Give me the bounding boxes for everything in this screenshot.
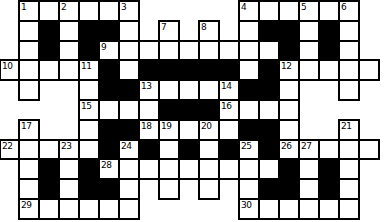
clue-number-5: 5 bbox=[301, 2, 306, 12]
clue-number-20: 20 bbox=[201, 121, 211, 131]
block-r4c12 bbox=[219, 60, 239, 80]
cell-r6c14[interactable] bbox=[259, 100, 279, 120]
void-r7c17 bbox=[319, 120, 339, 140]
cell-r5c11[interactable] bbox=[199, 80, 219, 100]
cell-r10c7[interactable] bbox=[119, 179, 139, 199]
block-r9c17 bbox=[319, 159, 339, 179]
cell-r8c1[interactable]: 22 bbox=[0, 140, 19, 160]
cell-r5c15[interactable] bbox=[279, 80, 299, 100]
cell-r3c10[interactable] bbox=[179, 41, 199, 61]
cell-r8c9[interactable] bbox=[159, 140, 179, 160]
cell-r6c13[interactable] bbox=[239, 100, 259, 120]
clue-number-28: 28 bbox=[101, 160, 111, 170]
cell-r4c2[interactable] bbox=[19, 60, 39, 80]
block-r7c13 bbox=[239, 120, 259, 140]
block-r8c6 bbox=[99, 140, 119, 160]
cell-r9c6[interactable]: 28 bbox=[99, 159, 119, 179]
block-r10c17 bbox=[319, 179, 339, 199]
void-r5c17 bbox=[319, 80, 339, 100]
clue-number-16: 16 bbox=[221, 101, 231, 111]
cell-r1c4[interactable]: 2 bbox=[59, 1, 79, 21]
void-r6c17 bbox=[319, 100, 339, 120]
cell-r8c4[interactable]: 23 bbox=[59, 140, 79, 160]
void-r7c4 bbox=[59, 120, 79, 140]
block-r6c10 bbox=[179, 100, 199, 120]
cell-r5c12[interactable]: 14 bbox=[219, 80, 239, 100]
cell-r8c11[interactable] bbox=[199, 140, 219, 160]
cell-r4c1[interactable]: 10 bbox=[0, 60, 19, 80]
block-r8c10 bbox=[179, 140, 199, 160]
cell-r9c10[interactable] bbox=[179, 159, 199, 179]
block-r3c3 bbox=[39, 41, 59, 61]
void-r1c19 bbox=[359, 1, 379, 21]
cell-r9c7[interactable] bbox=[119, 159, 139, 179]
void-r7c19 bbox=[359, 120, 379, 140]
clue-number-11: 11 bbox=[81, 61, 91, 71]
void-r2c1 bbox=[0, 21, 19, 41]
cell-r4c15[interactable]: 12 bbox=[279, 60, 299, 80]
cell-r11c6[interactable] bbox=[99, 199, 119, 219]
block-r4c6 bbox=[99, 60, 119, 80]
cell-r8c2[interactable] bbox=[19, 140, 39, 160]
block-r5c6 bbox=[99, 80, 119, 100]
cell-r5c2[interactable] bbox=[19, 80, 39, 100]
cell-r2c9[interactable]: 7 bbox=[159, 21, 179, 41]
block-r10c14 bbox=[259, 179, 279, 199]
block-r8c8 bbox=[139, 140, 159, 160]
cell-r11c17[interactable] bbox=[319, 199, 339, 219]
block-r3c17 bbox=[319, 41, 339, 61]
cell-r4c19[interactable] bbox=[359, 60, 379, 80]
cell-r6c15[interactable] bbox=[279, 100, 299, 120]
cell-r1c17[interactable] bbox=[319, 1, 339, 21]
block-r3c15 bbox=[279, 41, 299, 61]
cell-r7c8[interactable]: 18 bbox=[139, 120, 159, 140]
void-r1c9 bbox=[159, 1, 179, 21]
void-r11c19 bbox=[359, 199, 379, 219]
cell-r1c2[interactable]: 1 bbox=[19, 1, 39, 21]
cell-r10c2[interactable] bbox=[19, 179, 39, 199]
block-r2c14 bbox=[259, 21, 279, 41]
cell-r11c2[interactable]: 29 bbox=[19, 199, 39, 219]
cell-r4c5[interactable]: 11 bbox=[79, 60, 99, 80]
block-r4c8 bbox=[139, 60, 159, 80]
clue-number-21: 21 bbox=[341, 121, 351, 131]
cell-r5c8[interactable]: 13 bbox=[139, 80, 159, 100]
cell-r9c12[interactable] bbox=[219, 159, 239, 179]
cell-r11c13[interactable]: 30 bbox=[239, 199, 259, 219]
void-r6c18 bbox=[339, 100, 359, 120]
crossword-grid: 1234567891011121314151617181920212223242… bbox=[0, 1, 379, 219]
cell-r10c16[interactable] bbox=[299, 179, 319, 199]
void-r5c19 bbox=[359, 80, 379, 100]
cell-r10c18[interactable] bbox=[339, 179, 359, 199]
block-r2c6 bbox=[99, 21, 119, 41]
cell-r3c8[interactable] bbox=[139, 41, 159, 61]
cell-r8c19[interactable] bbox=[359, 140, 379, 160]
void-r10c8 bbox=[139, 179, 159, 199]
clue-number-23: 23 bbox=[61, 141, 71, 151]
void-r6c16 bbox=[299, 100, 319, 120]
cell-r8c5[interactable] bbox=[79, 140, 99, 160]
cell-r11c3[interactable] bbox=[39, 199, 59, 219]
clue-number-8: 8 bbox=[201, 22, 206, 32]
block-r9c5 bbox=[79, 159, 99, 179]
cell-r2c11[interactable]: 8 bbox=[199, 21, 219, 41]
cell-r3c12[interactable] bbox=[219, 41, 239, 61]
void-r5c16 bbox=[299, 80, 319, 100]
cell-r6c5[interactable]: 15 bbox=[79, 100, 99, 120]
clue-number-2: 2 bbox=[61, 2, 66, 12]
clue-number-4: 4 bbox=[241, 2, 246, 12]
block-r5c14 bbox=[259, 80, 279, 100]
cell-r1c13[interactable]: 4 bbox=[239, 1, 259, 21]
cell-r8c7[interactable]: 24 bbox=[119, 140, 139, 160]
void-r3c1 bbox=[0, 41, 19, 61]
void-r7c3 bbox=[39, 120, 59, 140]
cell-r2c2[interactable] bbox=[19, 21, 39, 41]
block-r2c17 bbox=[319, 21, 339, 41]
cell-r4c13[interactable] bbox=[239, 60, 259, 80]
cell-r9c11[interactable] bbox=[199, 159, 219, 179]
clue-number-27: 27 bbox=[301, 141, 311, 151]
clue-number-24: 24 bbox=[121, 141, 131, 151]
void-r5c4 bbox=[59, 80, 79, 100]
cell-r11c18[interactable] bbox=[339, 199, 359, 219]
cell-r3c18[interactable] bbox=[339, 41, 359, 61]
cell-r11c4[interactable] bbox=[59, 199, 79, 219]
cell-r7c18[interactable]: 21 bbox=[339, 120, 359, 140]
clue-number-25: 25 bbox=[241, 141, 251, 151]
void-r10c10 bbox=[179, 179, 199, 199]
cell-r6c8[interactable] bbox=[139, 100, 159, 120]
cell-r10c13[interactable] bbox=[239, 179, 259, 199]
void-r1c11 bbox=[199, 1, 219, 21]
cell-r9c16[interactable] bbox=[299, 159, 319, 179]
cell-r9c13[interactable] bbox=[239, 159, 259, 179]
cell-r3c9[interactable] bbox=[159, 41, 179, 61]
cell-r1c16[interactable]: 5 bbox=[299, 1, 319, 21]
clue-number-7: 7 bbox=[161, 22, 166, 32]
cell-r5c9[interactable] bbox=[159, 80, 179, 100]
crossword-page: 1234567891011121314151617181920212223242… bbox=[0, 0, 384, 222]
void-r5c1 bbox=[0, 80, 19, 100]
block-r4c14 bbox=[259, 60, 279, 80]
block-r10c6 bbox=[99, 179, 119, 199]
cell-r3c16[interactable] bbox=[299, 41, 319, 61]
cell-r1c3[interactable] bbox=[39, 1, 59, 21]
clue-number-10: 10 bbox=[2, 61, 12, 71]
block-r8c12 bbox=[219, 140, 239, 160]
cell-r3c7[interactable] bbox=[119, 41, 139, 61]
void-r10c12 bbox=[219, 179, 239, 199]
block-r8c14 bbox=[259, 140, 279, 160]
cell-r8c16[interactable]: 27 bbox=[299, 140, 319, 160]
block-r2c15 bbox=[279, 21, 299, 41]
cell-r11c5[interactable] bbox=[79, 199, 99, 219]
cell-r3c14[interactable] bbox=[259, 41, 279, 61]
block-r7c6 bbox=[99, 120, 119, 140]
void-r7c16 bbox=[299, 120, 319, 140]
cell-r2c18[interactable] bbox=[339, 21, 359, 41]
cell-r7c10[interactable] bbox=[179, 120, 199, 140]
cell-r2c16[interactable] bbox=[299, 21, 319, 41]
block-r5c7 bbox=[119, 80, 139, 100]
block-r5c13 bbox=[239, 80, 259, 100]
clue-number-26: 26 bbox=[281, 141, 291, 151]
cell-r4c3[interactable] bbox=[39, 60, 59, 80]
block-r6c9 bbox=[159, 100, 179, 120]
clue-number-30: 30 bbox=[241, 200, 251, 210]
cell-r3c13[interactable] bbox=[239, 41, 259, 61]
void-r11c1 bbox=[0, 199, 19, 219]
cell-r9c8[interactable] bbox=[139, 159, 159, 179]
block-r3c5 bbox=[79, 41, 99, 61]
cell-r9c9[interactable] bbox=[159, 159, 179, 179]
cell-r4c16[interactable] bbox=[299, 60, 319, 80]
cell-r4c18[interactable] bbox=[339, 60, 359, 80]
cell-r10c9[interactable] bbox=[159, 179, 179, 199]
void-r1c12 bbox=[219, 1, 239, 21]
block-r2c3 bbox=[39, 21, 59, 41]
block-r10c5 bbox=[79, 179, 99, 199]
clue-number-22: 22 bbox=[2, 141, 12, 151]
block-r7c7 bbox=[119, 120, 139, 140]
clue-number-3: 3 bbox=[121, 2, 126, 12]
clue-number-14: 14 bbox=[221, 81, 231, 91]
block-r4c9 bbox=[159, 60, 179, 80]
clue-number-1: 1 bbox=[21, 2, 26, 12]
cell-r1c6[interactable] bbox=[99, 1, 119, 21]
cell-r7c15[interactable] bbox=[279, 120, 299, 140]
void-r11c12 bbox=[219, 199, 239, 219]
cell-r2c7[interactable] bbox=[119, 21, 139, 41]
clue-number-29: 29 bbox=[21, 200, 31, 210]
cell-r5c5[interactable] bbox=[79, 80, 99, 100]
void-r11c9 bbox=[159, 199, 179, 219]
void-r6c19 bbox=[359, 100, 379, 120]
clue-number-18: 18 bbox=[141, 121, 151, 131]
cell-r7c5[interactable] bbox=[79, 120, 99, 140]
cell-r7c2[interactable]: 17 bbox=[19, 120, 39, 140]
void-r2c8 bbox=[139, 21, 159, 41]
cell-r7c9[interactable]: 19 bbox=[159, 120, 179, 140]
cell-r1c7[interactable]: 3 bbox=[119, 1, 139, 21]
cell-r8c18[interactable] bbox=[339, 140, 359, 160]
block-r9c15 bbox=[279, 159, 299, 179]
void-r1c10 bbox=[179, 1, 199, 21]
cell-r9c14[interactable] bbox=[259, 159, 279, 179]
cell-r3c2[interactable] bbox=[19, 41, 39, 61]
cell-r11c16[interactable] bbox=[299, 199, 319, 219]
cell-r9c2[interactable] bbox=[19, 159, 39, 179]
cell-r7c12[interactable] bbox=[219, 120, 239, 140]
void-r9c1 bbox=[0, 159, 19, 179]
cell-r10c4[interactable] bbox=[59, 179, 79, 199]
cell-r1c15[interactable] bbox=[279, 1, 299, 21]
clue-number-15: 15 bbox=[81, 101, 91, 111]
block-r6c11 bbox=[199, 100, 219, 120]
cell-r6c7[interactable] bbox=[119, 100, 139, 120]
cell-r6c12[interactable]: 16 bbox=[219, 100, 239, 120]
cell-r1c14[interactable] bbox=[259, 1, 279, 21]
cell-r2c13[interactable] bbox=[239, 21, 259, 41]
cell-r9c18[interactable] bbox=[339, 159, 359, 179]
cell-r3c6[interactable]: 9 bbox=[99, 41, 119, 61]
void-r7c1 bbox=[0, 120, 19, 140]
void-r11c10 bbox=[179, 199, 199, 219]
cell-r9c4[interactable] bbox=[59, 159, 79, 179]
void-r6c4 bbox=[59, 100, 79, 120]
clue-number-13: 13 bbox=[141, 81, 151, 91]
block-r4c10 bbox=[179, 60, 199, 80]
block-r2c5 bbox=[79, 21, 99, 41]
void-r2c10 bbox=[179, 21, 199, 41]
cell-r4c4[interactable] bbox=[59, 60, 79, 80]
clue-number-9: 9 bbox=[101, 42, 106, 52]
cell-r11c14[interactable] bbox=[259, 199, 279, 219]
cell-r11c15[interactable] bbox=[279, 199, 299, 219]
cell-r1c5[interactable] bbox=[79, 1, 99, 21]
cell-r3c11[interactable] bbox=[199, 41, 219, 61]
cell-r8c3[interactable] bbox=[39, 140, 59, 160]
void-r5c3 bbox=[39, 80, 59, 100]
clue-number-19: 19 bbox=[161, 121, 171, 131]
cell-r2c4[interactable] bbox=[59, 21, 79, 41]
cell-r5c18[interactable] bbox=[339, 80, 359, 100]
void-r6c3 bbox=[39, 100, 59, 120]
void-r10c19 bbox=[359, 179, 379, 199]
cell-r1c18[interactable]: 6 bbox=[339, 1, 359, 21]
void-r1c8 bbox=[139, 1, 159, 21]
cell-r10c11[interactable] bbox=[199, 179, 219, 199]
void-r10c1 bbox=[0, 179, 19, 199]
cell-r8c15[interactable]: 26 bbox=[279, 140, 299, 160]
void-r9c19 bbox=[359, 159, 379, 179]
block-r4c11 bbox=[199, 60, 219, 80]
clue-number-17: 17 bbox=[21, 121, 31, 131]
cell-r8c17[interactable] bbox=[319, 140, 339, 160]
clue-number-12: 12 bbox=[281, 61, 291, 71]
cell-r5c10[interactable] bbox=[179, 80, 199, 100]
cell-r8c13[interactable]: 25 bbox=[239, 140, 259, 160]
cell-r6c6[interactable] bbox=[99, 100, 119, 120]
block-r7c14 bbox=[259, 120, 279, 140]
void-r6c1 bbox=[0, 100, 19, 120]
void-r1c1 bbox=[0, 1, 19, 21]
void-r11c8 bbox=[139, 199, 159, 219]
void-r3c19 bbox=[359, 41, 379, 61]
cell-r4c7[interactable] bbox=[119, 60, 139, 80]
void-r11c11 bbox=[199, 199, 219, 219]
cell-r7c11[interactable]: 20 bbox=[199, 120, 219, 140]
cell-r11c7[interactable] bbox=[119, 199, 139, 219]
cell-r4c17[interactable] bbox=[319, 60, 339, 80]
block-r10c3 bbox=[39, 179, 59, 199]
void-r2c19 bbox=[359, 21, 379, 41]
clue-number-6: 6 bbox=[341, 2, 346, 12]
cell-r3c4[interactable] bbox=[59, 41, 79, 61]
block-r9c3 bbox=[39, 159, 59, 179]
void-r2c12 bbox=[219, 21, 239, 41]
void-r6c2 bbox=[19, 100, 39, 120]
block-r10c15 bbox=[279, 179, 299, 199]
